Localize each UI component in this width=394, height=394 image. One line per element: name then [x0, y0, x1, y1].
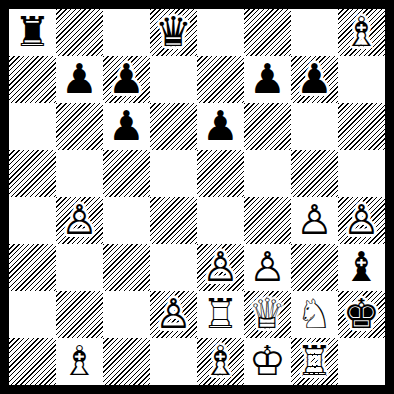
square-g4: ♙ — [291, 197, 338, 244]
square-g7: ♟ — [291, 56, 338, 103]
square-d3 — [150, 244, 197, 291]
square-a5 — [9, 150, 56, 197]
square-e2: ♖ — [197, 291, 244, 338]
square-g2: ♘ — [291, 291, 338, 338]
square-d5 — [150, 150, 197, 197]
piece-white-rook: ♖ — [202, 291, 239, 338]
piece-black-pawn: ♟ — [202, 103, 239, 150]
square-b7: ♟ — [56, 56, 103, 103]
square-b2 — [56, 291, 103, 338]
piece-black-king: ♚ — [343, 291, 380, 338]
piece-white-pawn: ♙ — [202, 244, 239, 291]
square-c2 — [103, 291, 150, 338]
square-c1 — [103, 338, 150, 385]
piece-black-bishop: ♝ — [343, 244, 380, 291]
square-d6 — [150, 103, 197, 150]
piece-black-queen: ♛ — [155, 9, 192, 56]
square-h3: ♝ — [338, 244, 385, 291]
square-d7 — [150, 56, 197, 103]
square-b6 — [56, 103, 103, 150]
square-f6 — [244, 103, 291, 150]
square-f5 — [244, 150, 291, 197]
square-c3 — [103, 244, 150, 291]
square-g3 — [291, 244, 338, 291]
chess-board: ♜♛♗♟♟♟♟♟♟♙♙♙♙♙♝♙♖♕♘♚♗♗♔♖ — [9, 9, 385, 385]
square-h4: ♙ — [338, 197, 385, 244]
square-g1: ♖ — [291, 338, 338, 385]
square-e4 — [197, 197, 244, 244]
square-g6 — [291, 103, 338, 150]
square-d1 — [150, 338, 197, 385]
square-f7: ♟ — [244, 56, 291, 103]
square-b3 — [56, 244, 103, 291]
piece-black-pawn: ♟ — [108, 103, 145, 150]
square-b5 — [56, 150, 103, 197]
piece-white-pawn: ♙ — [343, 197, 380, 244]
piece-black-rook: ♜ — [14, 9, 51, 56]
piece-black-pawn: ♟ — [108, 56, 145, 103]
square-a6 — [9, 103, 56, 150]
square-d4 — [150, 197, 197, 244]
square-c8 — [103, 9, 150, 56]
square-e1: ♗ — [197, 338, 244, 385]
square-a7 — [9, 56, 56, 103]
piece-white-knight: ♘ — [296, 291, 333, 338]
piece-white-king: ♔ — [249, 338, 286, 385]
piece-black-pawn: ♟ — [249, 56, 286, 103]
square-h7 — [338, 56, 385, 103]
square-f3: ♙ — [244, 244, 291, 291]
square-a8: ♜ — [9, 9, 56, 56]
square-a2 — [9, 291, 56, 338]
square-b1: ♗ — [56, 338, 103, 385]
square-f1: ♔ — [244, 338, 291, 385]
square-c4 — [103, 197, 150, 244]
square-h6 — [338, 103, 385, 150]
square-e7 — [197, 56, 244, 103]
square-f2: ♕ — [244, 291, 291, 338]
piece-white-bishop: ♗ — [202, 338, 239, 385]
square-c5 — [103, 150, 150, 197]
square-h5 — [338, 150, 385, 197]
square-h1 — [338, 338, 385, 385]
square-h2: ♚ — [338, 291, 385, 338]
square-f4 — [244, 197, 291, 244]
square-h8: ♗ — [338, 9, 385, 56]
square-e3: ♙ — [197, 244, 244, 291]
square-b4: ♙ — [56, 197, 103, 244]
square-c6: ♟ — [103, 103, 150, 150]
square-a1 — [9, 338, 56, 385]
square-g8 — [291, 9, 338, 56]
square-a4 — [9, 197, 56, 244]
piece-white-pawn: ♙ — [61, 197, 98, 244]
square-f8 — [244, 9, 291, 56]
square-a3 — [9, 244, 56, 291]
square-d8: ♛ — [150, 9, 197, 56]
square-e6: ♟ — [197, 103, 244, 150]
piece-white-rook: ♖ — [296, 338, 333, 385]
piece-white-pawn: ♙ — [296, 197, 333, 244]
square-e8 — [197, 9, 244, 56]
square-d2: ♙ — [150, 291, 197, 338]
square-c7: ♟ — [103, 56, 150, 103]
piece-white-pawn: ♙ — [249, 244, 286, 291]
square-e5 — [197, 150, 244, 197]
piece-black-pawn: ♟ — [296, 56, 333, 103]
piece-white-queen: ♕ — [249, 291, 286, 338]
square-b8 — [56, 9, 103, 56]
square-g5 — [291, 150, 338, 197]
piece-white-bishop: ♗ — [343, 9, 380, 56]
piece-white-bishop: ♗ — [61, 338, 98, 385]
board-frame: ♜♛♗♟♟♟♟♟♟♙♙♙♙♙♝♙♖♕♘♚♗♗♔♖ — [0, 0, 394, 394]
piece-black-pawn: ♟ — [61, 56, 98, 103]
piece-white-pawn: ♙ — [155, 291, 192, 338]
